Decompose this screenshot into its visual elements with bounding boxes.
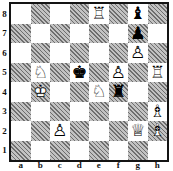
square-e2[interactable] (89, 121, 109, 141)
rank-label-3: 3 (0, 102, 9, 122)
piece-white-bishop-h2[interactable]: ♝♗ (148, 121, 168, 141)
square-c5[interactable] (50, 63, 70, 83)
rank-label-8: 8 (0, 4, 9, 24)
square-d8[interactable] (70, 4, 90, 24)
file-label-h: h (148, 160, 168, 170)
black-bishop-glyph: ♝ (128, 4, 148, 24)
square-a2[interactable] (11, 121, 31, 141)
square-b4[interactable]: ♚♔ (31, 82, 51, 102)
file-labels: abcdefgh (11, 160, 167, 170)
white-bishop-glyph: ♗ (148, 102, 168, 122)
square-d7[interactable] (70, 24, 90, 44)
square-f8[interactable] (109, 4, 129, 24)
square-f7[interactable] (109, 24, 129, 44)
white-bishop-glyph: ♗ (148, 121, 168, 141)
file-label-g: g (128, 160, 148, 170)
square-d5[interactable]: ♚♚ (70, 63, 90, 83)
square-a8[interactable] (11, 4, 31, 24)
black-king-glyph: ♚ (70, 63, 90, 83)
file-label-c: c (50, 160, 70, 170)
white-pawn-glyph: ♙ (128, 43, 148, 63)
square-h5[interactable]: ♜♖ (148, 63, 168, 83)
square-g5[interactable] (128, 63, 148, 83)
square-e4[interactable]: ♞♘ (89, 82, 109, 102)
white-pawn-glyph: ♙ (50, 121, 70, 141)
black-pawn-glyph: ♟ (128, 24, 148, 44)
square-b3[interactable] (31, 102, 51, 122)
white-pawn-glyph: ♙ (109, 63, 129, 83)
piece-white-queen-g2[interactable]: ♛♕ (128, 121, 148, 141)
square-c1[interactable] (50, 141, 70, 161)
square-a1[interactable] (11, 141, 31, 161)
square-g2[interactable]: ♛♕ (128, 121, 148, 141)
square-g3[interactable] (128, 102, 148, 122)
white-knight-glyph: ♘ (89, 82, 109, 102)
square-e8[interactable]: ♜♖ (89, 4, 109, 24)
file-label-f: f (109, 160, 129, 170)
file-label-d: d (70, 160, 90, 170)
piece-white-rook-h5[interactable]: ♜♖ (148, 63, 168, 83)
square-h8[interactable] (148, 4, 168, 24)
rank-label-7: 7 (0, 24, 9, 44)
square-g6[interactable]: ♟♙ (128, 43, 148, 63)
black-rook-glyph: ♜ (109, 82, 129, 102)
piece-white-knight-e4[interactable]: ♞♘ (89, 82, 109, 102)
square-b1[interactable] (31, 141, 51, 161)
square-e1[interactable] (89, 141, 109, 161)
square-h3[interactable]: ♝♗ (148, 102, 168, 122)
square-f4[interactable]: ♜♜ (109, 82, 129, 102)
square-a4[interactable] (11, 82, 31, 102)
white-knight-glyph: ♘ (31, 63, 51, 83)
square-f5[interactable]: ♟♙ (109, 63, 129, 83)
piece-black-pawn-g7[interactable]: ♟♟ (128, 24, 148, 44)
square-f2[interactable] (109, 121, 129, 141)
square-g8[interactable]: ♝♝ (128, 4, 148, 24)
square-c4[interactable] (50, 82, 70, 102)
piece-black-king-d5[interactable]: ♚♚ (70, 63, 90, 83)
square-e3[interactable] (89, 102, 109, 122)
square-h6[interactable] (148, 43, 168, 63)
white-rook-glyph: ♖ (89, 4, 109, 24)
square-d6[interactable] (70, 43, 90, 63)
piece-white-rook-e8[interactable]: ♜♖ (89, 4, 109, 24)
piece-white-pawn-f5[interactable]: ♟♙ (109, 63, 129, 83)
square-h7[interactable] (148, 24, 168, 44)
piece-white-pawn-g6[interactable]: ♟♙ (128, 43, 148, 63)
piece-white-king-b4[interactable]: ♚♔ (31, 82, 51, 102)
square-b5[interactable]: ♞♘ (31, 63, 51, 83)
square-a6[interactable] (11, 43, 31, 63)
square-f1[interactable] (109, 141, 129, 161)
rank-label-2: 2 (0, 121, 9, 141)
square-h4[interactable] (148, 82, 168, 102)
square-g1[interactable] (128, 141, 148, 161)
rank-labels: 87654321 (0, 4, 9, 160)
chess-board[interactable]: ♜♖♝♝♟♟♟♙♞♘♚♚♟♙♜♖♚♔♞♘♜♜♝♗♟♙♛♕♝♗ (9, 2, 169, 162)
white-queen-glyph: ♕ (128, 121, 148, 141)
chess-diagram: 87654321 ♜♖♝♝♟♟♟♙♞♘♚♚♟♙♜♖♚♔♞♘♜♜♝♗♟♙♛♕♝♗ … (0, 0, 173, 171)
square-b8[interactable] (31, 4, 51, 24)
file-label-e: e (89, 160, 109, 170)
square-g4[interactable] (128, 82, 148, 102)
square-d3[interactable] (70, 102, 90, 122)
square-g7[interactable]: ♟♟ (128, 24, 148, 44)
square-c6[interactable] (50, 43, 70, 63)
piece-white-bishop-h3[interactable]: ♝♗ (148, 102, 168, 122)
rank-label-4: 4 (0, 82, 9, 102)
rank-label-5: 5 (0, 63, 9, 83)
square-c2[interactable]: ♟♙ (50, 121, 70, 141)
piece-black-bishop-g8[interactable]: ♝♝ (128, 4, 148, 24)
square-d4[interactable] (70, 82, 90, 102)
piece-white-knight-b5[interactable]: ♞♘ (31, 63, 51, 83)
square-c8[interactable] (50, 4, 70, 24)
square-d2[interactable] (70, 121, 90, 141)
square-b2[interactable] (31, 121, 51, 141)
square-f3[interactable] (109, 102, 129, 122)
file-label-a: a (11, 160, 31, 170)
white-rook-glyph: ♖ (148, 63, 168, 83)
square-h2[interactable]: ♝♗ (148, 121, 168, 141)
square-a7[interactable] (11, 24, 31, 44)
square-d1[interactable] (70, 141, 90, 161)
white-king-glyph: ♔ (31, 82, 51, 102)
square-e5[interactable] (89, 63, 109, 83)
square-c7[interactable] (50, 24, 70, 44)
square-e6[interactable] (89, 43, 109, 63)
piece-white-pawn-c2[interactable]: ♟♙ (50, 121, 70, 141)
square-a3[interactable] (11, 102, 31, 122)
square-e7[interactable] (89, 24, 109, 44)
rank-label-1: 1 (0, 141, 9, 161)
file-label-b: b (31, 160, 51, 170)
square-a5[interactable] (11, 63, 31, 83)
rank-label-6: 6 (0, 43, 9, 63)
piece-black-rook-f4[interactable]: ♜♜ (109, 82, 129, 102)
square-h1[interactable] (148, 141, 168, 161)
square-c3[interactable] (50, 102, 70, 122)
square-f6[interactable] (109, 43, 129, 63)
square-b6[interactable] (31, 43, 51, 63)
square-b7[interactable] (31, 24, 51, 44)
